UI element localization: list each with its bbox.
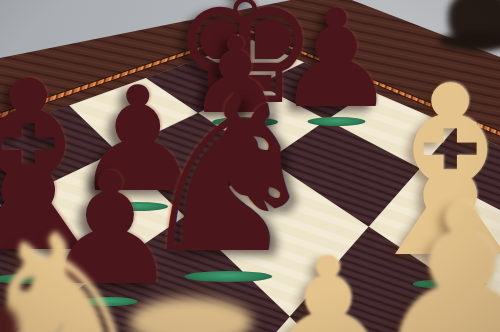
chess-board <box>0 0 500 332</box>
chess-set-photo-scene: ♚♟♟♟♝♞♟♝♟♟♞ <box>0 0 500 332</box>
